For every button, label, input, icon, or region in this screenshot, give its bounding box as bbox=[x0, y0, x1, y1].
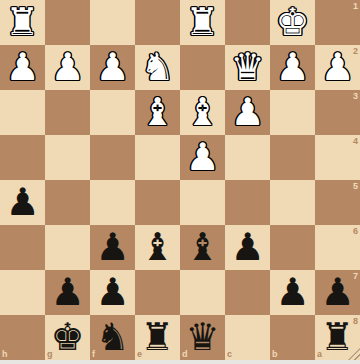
square-g4[interactable] bbox=[45, 135, 90, 180]
rank-label-1: 1 bbox=[353, 1, 358, 11]
square-d2[interactable] bbox=[180, 45, 225, 90]
square-b8[interactable]: b bbox=[270, 315, 315, 360]
square-g8[interactable]: ♚g bbox=[45, 315, 90, 360]
square-a1[interactable]: 1 bbox=[315, 0, 360, 45]
square-g6[interactable] bbox=[45, 225, 90, 270]
square-f4[interactable] bbox=[90, 135, 135, 180]
piece-black-pawn-g7[interactable]: ♟ bbox=[45, 270, 90, 315]
file-label-b: b bbox=[272, 349, 278, 359]
square-g2[interactable]: ♟ bbox=[45, 45, 90, 90]
piece-black-queen-d8[interactable]: ♛ bbox=[180, 315, 225, 360]
square-e2[interactable]: ♞ bbox=[135, 45, 180, 90]
file-label-c: c bbox=[227, 349, 232, 359]
piece-white-pawn-f2[interactable]: ♟ bbox=[90, 45, 135, 90]
square-c2[interactable]: ♛ bbox=[225, 45, 270, 90]
rank-label-4: 4 bbox=[353, 136, 358, 146]
piece-black-bishop-e6[interactable]: ♝ bbox=[135, 225, 180, 270]
piece-black-knight-f8[interactable]: ♞ bbox=[90, 315, 135, 360]
rank-label-3: 3 bbox=[353, 91, 358, 101]
piece-black-bishop-d6[interactable]: ♝ bbox=[180, 225, 225, 270]
rank-label-6: 6 bbox=[353, 226, 358, 236]
square-h8[interactable]: h bbox=[0, 315, 45, 360]
chess-board-page: ♜♜♚1♟♟♟♞♛♟♟2♝♝♟3♟4♟5♟♝♝♟6♟♟♟♟7h♚g♞f♜e♛dc… bbox=[0, 0, 360, 364]
square-h4[interactable] bbox=[0, 135, 45, 180]
square-c6[interactable]: ♟ bbox=[225, 225, 270, 270]
square-f7[interactable]: ♟ bbox=[90, 270, 135, 315]
square-d7[interactable] bbox=[180, 270, 225, 315]
square-c5[interactable] bbox=[225, 180, 270, 225]
piece-white-pawn-g2[interactable]: ♟ bbox=[45, 45, 90, 90]
piece-white-pawn-b2[interactable]: ♟ bbox=[270, 45, 315, 90]
piece-black-pawn-a7[interactable]: ♟ bbox=[315, 270, 360, 315]
square-f3[interactable] bbox=[90, 90, 135, 135]
piece-white-bishop-e3[interactable]: ♝ bbox=[135, 90, 180, 135]
piece-black-pawn-b7[interactable]: ♟ bbox=[270, 270, 315, 315]
piece-white-rook-d1[interactable]: ♜ bbox=[180, 0, 225, 45]
square-a4[interactable]: 4 bbox=[315, 135, 360, 180]
square-e7[interactable] bbox=[135, 270, 180, 315]
square-f1[interactable] bbox=[90, 0, 135, 45]
piece-black-pawn-c6[interactable]: ♟ bbox=[225, 225, 270, 270]
square-a6[interactable]: 6 bbox=[315, 225, 360, 270]
piece-white-queen-c2[interactable]: ♛ bbox=[225, 45, 270, 90]
square-g7[interactable]: ♟ bbox=[45, 270, 90, 315]
square-h1[interactable]: ♜ bbox=[0, 0, 45, 45]
square-a8[interactable]: ♜8a bbox=[315, 315, 360, 360]
square-d5[interactable] bbox=[180, 180, 225, 225]
square-e4[interactable] bbox=[135, 135, 180, 180]
square-h7[interactable] bbox=[0, 270, 45, 315]
square-c4[interactable] bbox=[225, 135, 270, 180]
piece-black-rook-e8[interactable]: ♜ bbox=[135, 315, 180, 360]
square-f2[interactable]: ♟ bbox=[90, 45, 135, 90]
piece-white-pawn-c3[interactable]: ♟ bbox=[225, 90, 270, 135]
square-a2[interactable]: ♟2 bbox=[315, 45, 360, 90]
square-b4[interactable] bbox=[270, 135, 315, 180]
piece-black-pawn-f6[interactable]: ♟ bbox=[90, 225, 135, 270]
square-a7[interactable]: ♟7 bbox=[315, 270, 360, 315]
rank-label-5: 5 bbox=[353, 181, 358, 191]
page-background-strip bbox=[0, 360, 360, 364]
square-g1[interactable] bbox=[45, 0, 90, 45]
square-b1[interactable]: ♚ bbox=[270, 0, 315, 45]
square-c1[interactable] bbox=[225, 0, 270, 45]
square-d1[interactable]: ♜ bbox=[180, 0, 225, 45]
piece-white-pawn-a2[interactable]: ♟ bbox=[315, 45, 360, 90]
square-h3[interactable] bbox=[0, 90, 45, 135]
piece-black-king-g8[interactable]: ♚ bbox=[45, 315, 90, 360]
piece-white-king-b1[interactable]: ♚ bbox=[270, 0, 315, 45]
piece-white-bishop-d3[interactable]: ♝ bbox=[180, 90, 225, 135]
square-f8[interactable]: ♞f bbox=[90, 315, 135, 360]
piece-white-pawn-d4[interactable]: ♟ bbox=[180, 135, 225, 180]
square-c3[interactable]: ♟ bbox=[225, 90, 270, 135]
square-c8[interactable]: c bbox=[225, 315, 270, 360]
square-e3[interactable]: ♝ bbox=[135, 90, 180, 135]
square-f5[interactable] bbox=[90, 180, 135, 225]
square-d8[interactable]: ♛d bbox=[180, 315, 225, 360]
chess-board: ♜♜♚1♟♟♟♞♛♟♟2♝♝♟3♟4♟5♟♝♝♟6♟♟♟♟7h♚g♞f♜e♛dc… bbox=[0, 0, 360, 360]
square-c7[interactable] bbox=[225, 270, 270, 315]
square-e1[interactable] bbox=[135, 0, 180, 45]
square-e5[interactable] bbox=[135, 180, 180, 225]
square-g3[interactable] bbox=[45, 90, 90, 135]
square-e8[interactable]: ♜e bbox=[135, 315, 180, 360]
piece-white-knight-e2[interactable]: ♞ bbox=[135, 45, 180, 90]
piece-white-rook-h1[interactable]: ♜ bbox=[0, 0, 45, 45]
square-b3[interactable] bbox=[270, 90, 315, 135]
square-h2[interactable]: ♟ bbox=[0, 45, 45, 90]
square-h6[interactable] bbox=[0, 225, 45, 270]
square-e6[interactable]: ♝ bbox=[135, 225, 180, 270]
piece-white-pawn-h2[interactable]: ♟ bbox=[0, 45, 45, 90]
square-f6[interactable]: ♟ bbox=[90, 225, 135, 270]
piece-black-rook-a8[interactable]: ♜ bbox=[315, 315, 360, 360]
square-a3[interactable]: 3 bbox=[315, 90, 360, 135]
piece-black-pawn-f7[interactable]: ♟ bbox=[90, 270, 135, 315]
square-h5[interactable]: ♟ bbox=[0, 180, 45, 225]
square-b7[interactable]: ♟ bbox=[270, 270, 315, 315]
square-d3[interactable]: ♝ bbox=[180, 90, 225, 135]
square-d4[interactable]: ♟ bbox=[180, 135, 225, 180]
piece-black-pawn-h5[interactable]: ♟ bbox=[0, 180, 45, 225]
square-b2[interactable]: ♟ bbox=[270, 45, 315, 90]
square-g5[interactable] bbox=[45, 180, 90, 225]
square-d6[interactable]: ♝ bbox=[180, 225, 225, 270]
square-a5[interactable]: 5 bbox=[315, 180, 360, 225]
square-b6[interactable] bbox=[270, 225, 315, 270]
square-b5[interactable] bbox=[270, 180, 315, 225]
file-label-h: h bbox=[2, 349, 8, 359]
